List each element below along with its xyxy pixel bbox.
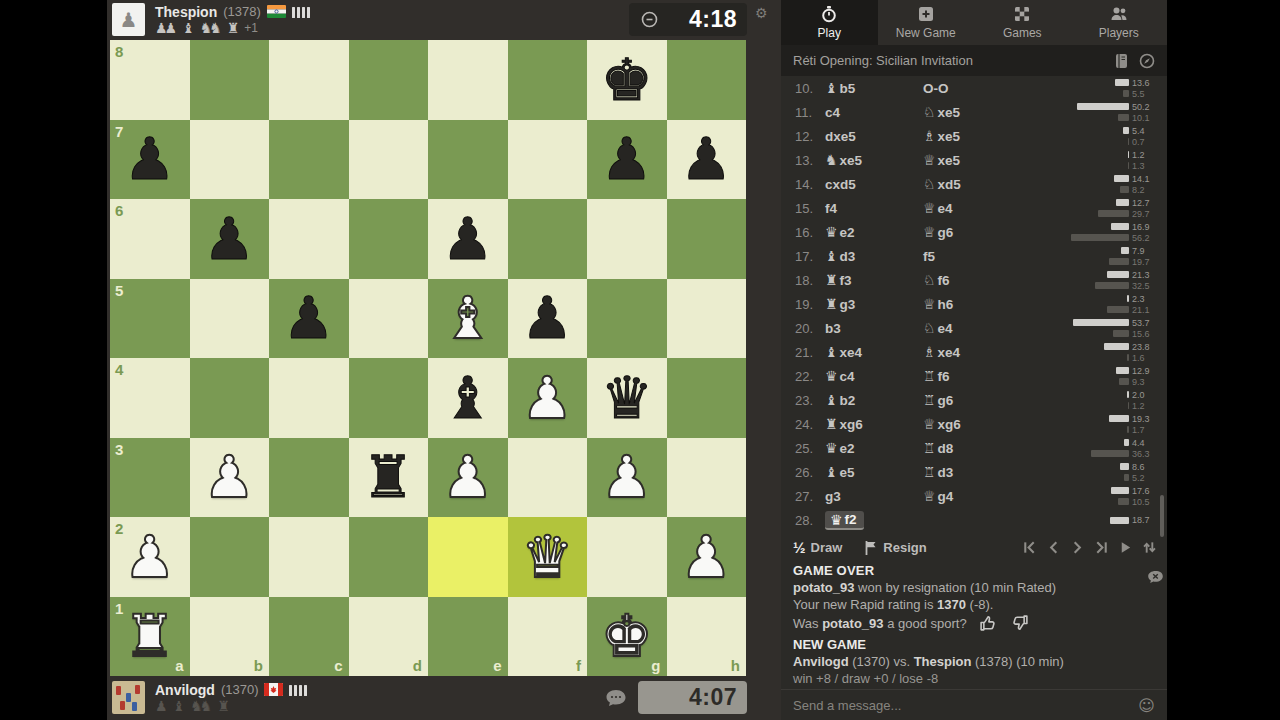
captured-group: ♞♞ xyxy=(190,698,212,714)
square-e2[interactable] xyxy=(428,517,508,597)
square-c5[interactable]: ♟ xyxy=(269,279,349,359)
move-row-25: 25.♛e2♖d84.436.3 xyxy=(781,436,1167,460)
move-black-17[interactable]: f5 xyxy=(923,249,935,264)
move-piece-icon: ♖ xyxy=(923,392,936,408)
analysis-compass-icon[interactable] xyxy=(1139,53,1155,69)
move-piece-icon: ♛ xyxy=(825,440,838,456)
move-piece-icon: ♘ xyxy=(923,320,936,336)
move-black-20[interactable]: ♘e4 xyxy=(923,320,953,336)
square-d3[interactable]: ♜ xyxy=(349,438,429,518)
square-c6[interactable] xyxy=(269,199,349,279)
connection-bars-icon xyxy=(289,684,307,696)
move-white-17[interactable]: ♝d3 xyxy=(825,248,855,264)
square-h2[interactable]: ♟ xyxy=(667,517,747,597)
square-h3[interactable] xyxy=(667,438,747,518)
square-g3[interactable]: ♟ xyxy=(587,438,667,518)
resign-flag-icon xyxy=(864,540,878,556)
move-black-18[interactable]: ♘f6 xyxy=(923,272,950,288)
square-b4[interactable] xyxy=(190,358,270,438)
piece-white-b-e5[interactable]: ♝ xyxy=(428,279,508,359)
move-number: 10. xyxy=(795,81,825,96)
square-e1[interactable]: e xyxy=(428,597,508,677)
draw-half-icon: ½ xyxy=(793,539,806,556)
piece-white-p-b3[interactable]: ♟ xyxy=(190,438,270,518)
move-time-value: 1.7 xyxy=(1129,425,1159,435)
scrollbar-thumb[interactable] xyxy=(1160,495,1164,537)
square-a1[interactable]: 1a♜ xyxy=(110,597,190,677)
opening-book-icon[interactable] xyxy=(1114,53,1129,69)
square-b7[interactable] xyxy=(190,120,270,200)
move-piece-icon: ♖ xyxy=(923,464,936,480)
emoji-smiley-icon[interactable]: ☺ xyxy=(1138,696,1155,715)
move-number: 18. xyxy=(795,273,825,288)
piece-black-q-g4[interactable]: ♛ xyxy=(587,358,667,438)
move-black-23[interactable]: ♖g6 xyxy=(923,392,953,408)
move-black-24[interactable]: ♕xg6 xyxy=(923,416,961,432)
move-time-value: 8.2 xyxy=(1129,185,1159,195)
move-piece-icon: ♕ xyxy=(923,488,936,504)
square-h4[interactable] xyxy=(667,358,747,438)
square-f7[interactable] xyxy=(508,120,588,200)
move-times: 12.729.7 xyxy=(1041,198,1159,218)
move-white-23[interactable]: ♝b2 xyxy=(825,392,855,408)
move-number: 15. xyxy=(795,201,825,216)
move-time-value: 56.2 xyxy=(1129,233,1159,243)
avatar-art xyxy=(126,693,131,702)
square-f2[interactable]: ♛ xyxy=(508,517,588,597)
move-piece-icon: ♖ xyxy=(923,368,936,384)
move-white-26[interactable]: ♝e5 xyxy=(825,464,855,480)
square-b1[interactable]: b xyxy=(190,597,270,677)
move-number: 16. xyxy=(795,225,825,240)
piece-black-p-e6[interactable]: ♟ xyxy=(428,199,508,279)
square-b2[interactable] xyxy=(190,517,270,597)
square-c3[interactable] xyxy=(269,438,349,518)
move-time-value: 16.9 xyxy=(1129,222,1159,232)
move-row-10: 10.♝b5O-O13.65.5 xyxy=(781,76,1167,100)
piece-black-p-a7[interactable]: ♟ xyxy=(110,120,190,200)
move-time-value: 17.6 xyxy=(1129,486,1159,496)
square-g6[interactable] xyxy=(587,199,667,279)
rank-label-4: 4 xyxy=(115,361,123,378)
move-piece-icon: ♝ xyxy=(825,80,838,96)
piece-black-p-c5[interactable]: ♟ xyxy=(269,279,349,359)
opening-row: Réti Opening: Sicilian Invitation xyxy=(781,45,1167,76)
top-clock: 4:18 xyxy=(629,3,747,36)
move-white-18[interactable]: ♜f3 xyxy=(825,272,852,288)
move-white-24[interactable]: ♜xg6 xyxy=(825,416,863,432)
move-row-26: 26.♝e5♖d38.65.2 xyxy=(781,460,1167,484)
square-d8[interactable] xyxy=(349,40,429,120)
move-number: 23. xyxy=(795,393,825,408)
top-player-row: ♟ Thespion (1378) ♟♟♝♞♞♜+1 4:18 ⚙ xyxy=(107,0,781,40)
square-f5[interactable]: ♟ xyxy=(508,279,588,359)
move-number: 19. xyxy=(795,297,825,312)
sport-question: Was potato_93 a good sport? xyxy=(793,616,967,631)
rank-label-5: 5 xyxy=(115,282,123,299)
move-piece-icon: ♝ xyxy=(825,464,838,480)
move-black-14[interactable]: ♘xd5 xyxy=(923,176,961,192)
draw-button[interactable]: Draw xyxy=(811,540,843,555)
move-time-value: 21.3 xyxy=(1129,270,1159,280)
square-b3[interactable]: ♟ xyxy=(190,438,270,518)
move-white-27[interactable]: g3 xyxy=(825,489,841,504)
avatar[interactable] xyxy=(112,681,145,714)
square-h6[interactable] xyxy=(667,199,747,279)
move-white-25[interactable]: ♛e2 xyxy=(825,440,855,456)
square-a5[interactable]: 5 xyxy=(110,279,190,359)
mute-chat-icon[interactable] xyxy=(1147,570,1164,585)
resign-button[interactable]: Resign xyxy=(864,540,926,556)
move-white-11[interactable]: c4 xyxy=(825,105,840,120)
rating-line: Your new Rapid rating is 1370 (-8). xyxy=(793,597,1153,612)
move-time-bar xyxy=(1073,319,1129,326)
move-time-bar xyxy=(1098,210,1129,217)
move-times: 12.99.3 xyxy=(1041,366,1159,386)
move-time-bar xyxy=(1109,415,1129,422)
square-h1[interactable]: h xyxy=(667,597,747,677)
piece-black-p-b6[interactable]: ♟ xyxy=(190,199,270,279)
move-piece-icon: ♜ xyxy=(825,272,838,288)
move-time-value: 2.3 xyxy=(1129,294,1159,304)
move-time-bar xyxy=(1119,378,1129,385)
piece-white-r-a1[interactable]: ♜ xyxy=(110,597,190,677)
captured-pieces-top: ♟♟♝♞♞♜+1 xyxy=(155,19,258,37)
square-c7[interactable] xyxy=(269,120,349,200)
piece-white-q-f2[interactable]: ♛ xyxy=(508,517,588,597)
pause-clock-icon xyxy=(641,11,658,28)
move-times: 17.610.5 xyxy=(1041,486,1159,506)
go-to-start-button[interactable] xyxy=(1022,540,1037,555)
avatar[interactable]: ♟ xyxy=(112,3,145,36)
message-input[interactable]: Send a message... xyxy=(793,698,1138,713)
piece-white-k-g1[interactable]: ♚ xyxy=(587,597,667,677)
tab-label: New Game xyxy=(896,26,956,40)
sportsmanship-row: Was potato_93 a good sport? xyxy=(793,614,1029,632)
square-a4[interactable]: 4 xyxy=(110,358,190,438)
square-a7[interactable]: 7♟ xyxy=(110,120,190,200)
move-time-bar xyxy=(1115,79,1129,86)
move-number: 26. xyxy=(795,465,825,480)
move-white-16[interactable]: ♛e2 xyxy=(825,224,855,240)
move-time-value: 50.2 xyxy=(1129,102,1159,112)
file-label-d: d xyxy=(413,657,422,674)
square-a3[interactable]: 3 xyxy=(110,438,190,518)
square-e6[interactable]: ♟ xyxy=(428,199,508,279)
move-time-value: 10.1 xyxy=(1129,113,1159,123)
square-c1[interactable]: c xyxy=(269,597,349,677)
move-black-21[interactable]: ♗xe4 xyxy=(923,344,960,360)
move-black-11[interactable]: ♘xe5 xyxy=(923,104,960,120)
move-piece-icon: ♜ xyxy=(825,296,838,312)
square-e8[interactable] xyxy=(428,40,508,120)
move-number: 20. xyxy=(795,321,825,336)
move-number: 22. xyxy=(795,369,825,384)
square-d5[interactable] xyxy=(349,279,429,359)
move-row-16: 16.♛e2♕g616.956.2 xyxy=(781,220,1167,244)
material-advantage: +1 xyxy=(244,21,258,35)
player-rating: (1370) xyxy=(221,682,259,697)
square-e7[interactable] xyxy=(428,120,508,200)
square-c4[interactable] xyxy=(269,358,349,438)
file-label-f: f xyxy=(576,657,581,674)
move-piece-icon: ♖ xyxy=(923,440,936,456)
move-black-10[interactable]: O-O xyxy=(923,81,949,96)
move-times: 4.436.3 xyxy=(1041,438,1159,458)
move-black-19[interactable]: ♕h6 xyxy=(923,296,953,312)
move-time-value: 18.7 xyxy=(1129,515,1159,525)
move-white-15[interactable]: f4 xyxy=(825,201,837,216)
move-time-bar xyxy=(1111,487,1129,494)
square-a8[interactable]: 8 xyxy=(110,40,190,120)
rank-label-3: 3 xyxy=(115,441,123,458)
move-piece-icon: ♕ xyxy=(923,224,936,240)
avatar-art xyxy=(120,701,125,710)
bottom-clock-time: 4:07 xyxy=(689,684,747,711)
square-c8[interactable] xyxy=(269,40,349,120)
captured-group: ♜ xyxy=(227,20,240,36)
move-piece-icon: ♝ xyxy=(825,344,838,360)
tab-label: Games xyxy=(1003,26,1042,40)
move-row-12: 12.dxe5♗xe55.40.7 xyxy=(781,124,1167,148)
square-d7[interactable] xyxy=(349,120,429,200)
move-time-value: 53.7 xyxy=(1129,318,1159,328)
move-white-19[interactable]: ♜g3 xyxy=(825,296,855,312)
rank-label-6: 6 xyxy=(115,202,123,219)
tab-play[interactable]: Play xyxy=(781,0,878,45)
move-piece-icon: ♘ xyxy=(923,176,936,192)
move-black-27[interactable]: ♕g4 xyxy=(923,488,953,504)
move-number: 12. xyxy=(795,129,825,144)
move-time-value: 0.7 xyxy=(1129,137,1159,147)
square-d4[interactable] xyxy=(349,358,429,438)
square-g2[interactable] xyxy=(587,517,667,597)
move-time-bar xyxy=(1113,330,1129,337)
move-white-22[interactable]: ♛c4 xyxy=(825,368,855,384)
go-to-end-button[interactable] xyxy=(1094,540,1109,555)
move-times: 21.332.5 xyxy=(1041,270,1159,290)
move-time-bar xyxy=(1071,234,1129,241)
piece-black-k-g8[interactable]: ♚ xyxy=(587,40,667,120)
square-g4[interactable]: ♛ xyxy=(587,358,667,438)
move-piece-icon: ♝ xyxy=(825,248,838,264)
piece-white-p-e3[interactable]: ♟ xyxy=(428,438,508,518)
player-name[interactable]: Anvilogd xyxy=(155,682,215,698)
move-piece-icon: ♝ xyxy=(825,392,838,408)
piece-white-p-a2[interactable]: ♟ xyxy=(110,517,190,597)
thumbs-down-button[interactable] xyxy=(1010,614,1029,632)
captured-group: ♝ xyxy=(182,20,195,36)
move-piece-icon: ♛ xyxy=(825,368,838,384)
move-time-value: 14.1 xyxy=(1129,174,1159,184)
flip-board-icon[interactable] xyxy=(1142,540,1157,555)
previous-move-button[interactable] xyxy=(1046,540,1061,555)
move-white-10[interactable]: ♝b5 xyxy=(825,80,855,96)
square-h8[interactable] xyxy=(667,40,747,120)
square-f1[interactable]: f xyxy=(508,597,588,677)
piece-white-p-g3[interactable]: ♟ xyxy=(587,438,667,518)
move-time-bar xyxy=(1118,498,1129,505)
square-h5[interactable] xyxy=(667,279,747,359)
move-time-bar xyxy=(1107,306,1129,313)
move-row-19: 19.♜g3♕h62.321.1 xyxy=(781,292,1167,316)
next-move-button[interactable] xyxy=(1070,540,1085,555)
square-f3[interactable] xyxy=(508,438,588,518)
square-g1[interactable]: g♚ xyxy=(587,597,667,677)
square-a2[interactable]: 2♟ xyxy=(110,517,190,597)
captured-group: ♟♟ xyxy=(155,20,177,36)
move-times: 2.01.2 xyxy=(1041,390,1159,410)
avatar-art xyxy=(135,685,140,694)
piece-black-p-g7[interactable]: ♟ xyxy=(587,120,667,200)
sidebar: Play New Game Games xyxy=(781,0,1167,720)
move-times: 23.81.6 xyxy=(1041,342,1159,362)
move-black-26[interactable]: ♖d3 xyxy=(923,464,953,480)
tab-games[interactable]: Games xyxy=(974,0,1071,45)
piece-white-p-h2[interactable]: ♟ xyxy=(667,517,747,597)
stopwatch-icon xyxy=(820,5,838,23)
square-g7[interactable]: ♟ xyxy=(587,120,667,200)
rating-odds-line: win +8 / draw +0 / lose -8 xyxy=(793,671,1153,686)
square-f8[interactable] xyxy=(508,40,588,120)
move-number: 14. xyxy=(795,177,825,192)
move-time-value: 9.3 xyxy=(1129,377,1159,387)
move-time-bar xyxy=(1116,199,1129,206)
chess-app: ♟ Thespion (1378) ♟♟♝♞♞♜+1 4:18 ⚙ xyxy=(107,0,1167,720)
move-time-bar xyxy=(1077,103,1129,110)
move-piece-icon: ♜ xyxy=(825,416,838,432)
chess-board: 8♚7♟♟♟6♟♟5♟♝♟4♝♟♛3♟♜♟♟2♟♛♟1a♜bcdefg♚h xyxy=(110,40,746,676)
square-f6[interactable] xyxy=(508,199,588,279)
board-column: ♟ Thespion (1378) ♟♟♝♞♞♜+1 4:18 ⚙ xyxy=(107,0,781,720)
bottom-player-row: Anvilogd (1370) ♟♝♞♞♜ 4:07 xyxy=(107,678,781,720)
move-number: 25. xyxy=(795,441,825,456)
move-times: 50.210.1 xyxy=(1041,102,1159,122)
move-row-27: 27.g3♕g417.610.5 xyxy=(781,484,1167,508)
piece-black-p-h7[interactable]: ♟ xyxy=(667,120,747,200)
move-list: 10.♝b5O-O13.65.511.c4♘xe550.210.112.dxe5… xyxy=(781,76,1167,532)
square-b6[interactable]: ♟ xyxy=(190,199,270,279)
gear-icon[interactable]: ⚙ xyxy=(755,5,768,21)
move-time-bar xyxy=(1120,463,1129,470)
square-d2[interactable] xyxy=(349,517,429,597)
player-rating: (1378) xyxy=(223,4,261,19)
move-times: 7.919.7 xyxy=(1041,246,1159,266)
square-f4[interactable]: ♟ xyxy=(508,358,588,438)
move-times: 5.40.7 xyxy=(1041,126,1159,146)
square-a6[interactable]: 6 xyxy=(110,199,190,279)
move-black-16[interactable]: ♕g6 xyxy=(923,224,953,240)
chat-bubble-icon[interactable] xyxy=(605,689,627,708)
screenshot: ♟ Thespion (1378) ♟♟♝♞♞♜+1 4:18 ⚙ xyxy=(0,0,1280,720)
canada-flag-icon xyxy=(264,683,283,696)
square-e3[interactable]: ♟ xyxy=(428,438,508,518)
move-piece-icon: ♕ xyxy=(923,296,936,312)
move-number: 21. xyxy=(795,345,825,360)
thumbs-up-button[interactable] xyxy=(979,614,998,632)
move-time-value: 1.2 xyxy=(1129,401,1159,411)
top-clock-time: 4:18 xyxy=(689,6,747,33)
move-black-15[interactable]: ♕e4 xyxy=(923,200,953,216)
move-times: 18.7 xyxy=(1041,516,1159,525)
game-over-heading: GAME OVER xyxy=(793,563,1153,578)
piece-black-b-e4[interactable]: ♝ xyxy=(428,358,508,438)
move-black-22[interactable]: ♖f6 xyxy=(923,368,950,384)
move-black-13[interactable]: ♕xe5 xyxy=(923,152,960,168)
move-white-12[interactable]: dxe5 xyxy=(825,129,856,144)
piece-black-p-f5[interactable]: ♟ xyxy=(508,279,588,359)
file-label-b: b xyxy=(254,657,263,674)
move-time-value: 32.5 xyxy=(1129,281,1159,291)
tab-new-game[interactable]: New Game xyxy=(878,0,975,45)
move-time-value: 19.7 xyxy=(1129,257,1159,267)
opening-name[interactable]: Réti Opening: Sicilian Invitation xyxy=(793,53,1114,68)
square-d6[interactable] xyxy=(349,199,429,279)
move-white-13[interactable]: ♞xe5 xyxy=(825,152,862,168)
move-times: 16.956.2 xyxy=(1041,222,1159,242)
move-time-bar xyxy=(1111,223,1129,230)
move-time-bar xyxy=(1121,247,1129,254)
square-e5[interactable]: ♝ xyxy=(428,279,508,359)
square-e4[interactable]: ♝ xyxy=(428,358,508,438)
move-time-value: 12.9 xyxy=(1129,366,1159,376)
move-number: 13. xyxy=(795,153,825,168)
tab-label: Play xyxy=(818,26,841,40)
move-time-value: 2.0 xyxy=(1129,390,1159,400)
move-time-bar xyxy=(1095,282,1129,289)
captured-group: ♞♞ xyxy=(200,20,222,36)
avatar-art xyxy=(116,686,121,695)
square-b8[interactable] xyxy=(190,40,270,120)
square-c2[interactable] xyxy=(269,517,349,597)
move-row-21: 21.♝xe4♗xe423.81.6 xyxy=(781,340,1167,364)
move-time-value: 8.6 xyxy=(1129,462,1159,472)
piece-white-p-f4[interactable]: ♟ xyxy=(508,358,588,438)
move-time-value: 19.3 xyxy=(1129,414,1159,424)
move-white-14[interactable]: cxd5 xyxy=(825,177,856,192)
player-name[interactable]: Thespion xyxy=(155,4,217,20)
move-row-17: 17.♝d3f57.919.7 xyxy=(781,244,1167,268)
square-b5[interactable] xyxy=(190,279,270,359)
move-row-23: 23.♝b2♖g62.01.2 xyxy=(781,388,1167,412)
players-icon xyxy=(1110,5,1128,23)
move-black-12[interactable]: ♗xe5 xyxy=(923,128,960,144)
move-white-21[interactable]: ♝xe4 xyxy=(825,344,862,360)
move-piece-icon: ♕ xyxy=(923,152,936,168)
move-row-28: 28.♛f218.7 xyxy=(781,508,1167,532)
move-time-value: 4.4 xyxy=(1129,438,1159,448)
move-piece-icon: ♛ xyxy=(825,224,838,240)
move-black-25[interactable]: ♖d8 xyxy=(923,440,953,456)
square-d1[interactable]: d xyxy=(349,597,429,677)
move-white-28-current[interactable]: ♛f2 xyxy=(825,511,864,530)
move-number: 24. xyxy=(795,417,825,432)
move-time-value: 29.7 xyxy=(1129,209,1159,219)
square-g8[interactable]: ♚ xyxy=(587,40,667,120)
move-white-20[interactable]: b3 xyxy=(825,321,841,336)
piece-black-r-d3[interactable]: ♜ xyxy=(349,438,429,518)
square-h7[interactable]: ♟ xyxy=(667,120,747,200)
move-time-value: 1.6 xyxy=(1129,353,1159,363)
bottom-clock: 4:07 xyxy=(638,681,747,714)
move-time-value: 13.6 xyxy=(1129,78,1159,88)
move-piece-icon: ♕ xyxy=(923,200,936,216)
game-result-line: potato_93 won by resignation (10 min Rat… xyxy=(793,580,1153,595)
tab-players[interactable]: Players xyxy=(1071,0,1168,45)
autoplay-button[interactable] xyxy=(1118,540,1133,555)
move-time-value: 5.5 xyxy=(1129,89,1159,99)
square-g5[interactable] xyxy=(587,279,667,359)
